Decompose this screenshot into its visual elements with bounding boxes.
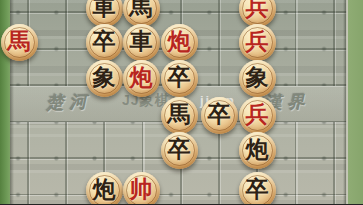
piece-red-soldier[interactable]: 兵 (239, 24, 276, 61)
piece-glyph: 馬 (168, 103, 191, 126)
piece-glyph: 象 (93, 66, 116, 89)
piece-glyph: 卒 (246, 178, 269, 201)
piece-glyph: 炮 (246, 138, 269, 161)
piece-red-general[interactable]: 帅 (123, 172, 160, 205)
xiangqi-game-screenshot: 楚河 漢界 JJ象棋 jj.cn 車馬兵馬卒車炮兵象炮卒象馬卒兵卒炮炮帅卒 (0, 0, 363, 204)
piece-glyph: 炮 (130, 66, 153, 89)
piece-glyph: 馬 (8, 30, 31, 53)
piece-black-elephant[interactable]: 象 (86, 60, 123, 97)
piece-glyph: 卒 (168, 66, 191, 89)
river-text-left: 楚河 (45, 90, 96, 115)
piece-glyph: 兵 (246, 0, 269, 19)
piece-glyph: 馬 (130, 0, 153, 19)
piece-glyph: 兵 (246, 103, 269, 126)
piece-glyph: 炮 (168, 30, 191, 53)
board-edge-right (343, 0, 348, 204)
piece-glyph: 帅 (130, 178, 153, 201)
piece-glyph: 卒 (168, 138, 191, 161)
piece-glyph: 卒 (208, 103, 231, 126)
xiangqi-board: 楚河 漢界 JJ象棋 jj.cn 車馬兵馬卒車炮兵象炮卒象馬卒兵卒炮炮帅卒 (0, 0, 363, 204)
piece-black-chariot[interactable]: 車 (123, 24, 160, 61)
piece-red-cannon[interactable]: 炮 (123, 60, 160, 97)
table-felt-right (348, 0, 363, 204)
piece-glyph: 車 (130, 30, 153, 53)
piece-glyph: 兵 (246, 30, 269, 53)
piece-black-soldier[interactable]: 卒 (161, 60, 198, 97)
piece-black-soldier[interactable]: 卒 (239, 172, 276, 205)
piece-red-cannon[interactable]: 炮 (161, 24, 198, 61)
piece-black-soldier[interactable]: 卒 (161, 132, 198, 169)
piece-black-soldier[interactable]: 卒 (201, 97, 238, 134)
piece-red-horse[interactable]: 馬 (1, 24, 38, 61)
piece-glyph: 車 (93, 0, 116, 19)
piece-black-cannon[interactable]: 炮 (239, 132, 276, 169)
piece-black-cannon[interactable]: 炮 (86, 172, 123, 205)
piece-black-horse[interactable]: 馬 (161, 97, 198, 134)
piece-glyph: 卒 (93, 30, 116, 53)
piece-black-soldier[interactable]: 卒 (86, 24, 123, 61)
piece-red-soldier[interactable]: 兵 (239, 97, 276, 134)
piece-glyph: 炮 (93, 178, 116, 201)
piece-black-elephant[interactable]: 象 (239, 60, 276, 97)
piece-glyph: 象 (246, 66, 269, 89)
